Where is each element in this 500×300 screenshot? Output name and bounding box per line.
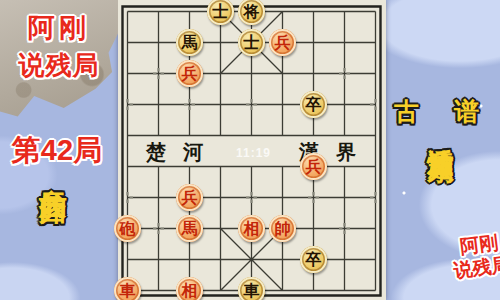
piece-glyph: 相	[244, 221, 260, 237]
piece-grid: 士将馬士兵兵卒兵兵砲馬相帥卒車相車	[112, 0, 391, 300]
piece-black-馬[interactable]: 馬	[176, 29, 203, 56]
channel-title-line2: 说残局	[0, 48, 118, 83]
piece-red-車[interactable]: 車	[114, 277, 141, 300]
piece-red-相[interactable]: 相	[238, 215, 265, 242]
piece-glyph: 卒	[306, 252, 322, 268]
ancient-manual-label: 古 谱	[394, 95, 479, 128]
piece-red-兵[interactable]: 兵	[176, 60, 203, 87]
piece-glyph: 馬	[182, 35, 198, 51]
piece-glyph: 車	[120, 283, 136, 299]
piece-red-兵[interactable]: 兵	[269, 29, 296, 56]
piece-red-兵[interactable]: 兵	[176, 184, 203, 211]
video-frame: 楚 河 漢 界 11:19 士将馬士兵兵卒兵兵砲馬相帥卒車相車 阿刚 说残局 第…	[0, 0, 500, 300]
piece-black-車[interactable]: 車	[238, 277, 265, 300]
piece-glyph: 帥	[275, 221, 291, 237]
piece-glyph: 兵	[275, 35, 291, 51]
piece-red-馬[interactable]: 馬	[176, 215, 203, 242]
piece-glyph: 兵	[182, 190, 198, 206]
piece-glyph: 兵	[306, 159, 322, 175]
puzzle-name-vertical: 参辰卯酉	[33, 167, 71, 179]
piece-black-将[interactable]: 将	[238, 0, 265, 25]
piece-red-砲[interactable]: 砲	[114, 215, 141, 242]
piece-glyph: 砲	[120, 221, 136, 237]
piece-black-士[interactable]: 士	[238, 29, 265, 56]
piece-glyph: 士	[244, 35, 260, 51]
channel-title-line1: 阿刚	[0, 10, 118, 46]
piece-glyph: 卒	[306, 97, 322, 113]
piece-glyph: 士	[213, 4, 229, 20]
piece-glyph: 相	[182, 283, 198, 299]
piece-glyph: 将	[244, 4, 260, 20]
piece-black-卒[interactable]: 卒	[300, 246, 327, 273]
piece-red-帥[interactable]: 帥	[269, 215, 296, 242]
channel-watermark: 阿刚 说残局	[449, 230, 500, 283]
series-name-vertical: 适情雅趣系列	[424, 127, 459, 139]
channel-title: 阿刚 说残局	[0, 10, 118, 83]
piece-black-士[interactable]: 士	[207, 0, 234, 25]
round-title: 第42局	[0, 131, 114, 171]
piece-red-相[interactable]: 相	[176, 277, 203, 300]
piece-black-卒[interactable]: 卒	[300, 91, 327, 118]
piece-glyph: 馬	[182, 221, 198, 237]
piece-glyph: 兵	[182, 66, 198, 82]
piece-red-兵[interactable]: 兵	[300, 153, 327, 180]
piece-glyph: 車	[244, 283, 260, 299]
